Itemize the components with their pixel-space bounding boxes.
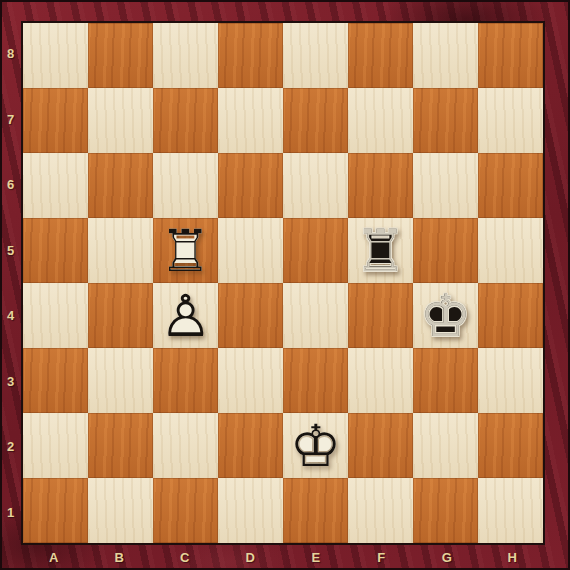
square-b7[interactable] [88, 88, 153, 153]
square-g2[interactable] [413, 413, 478, 478]
square-c2[interactable] [153, 413, 218, 478]
file-label-G: G [442, 550, 452, 565]
square-f1[interactable] [348, 478, 413, 543]
square-c7[interactable] [153, 88, 218, 153]
piece-white-king-e2[interactable]: ♚♔ [283, 413, 348, 478]
square-h6[interactable] [478, 153, 543, 218]
square-g8[interactable] [413, 23, 478, 88]
rank-label-8: 8 [7, 46, 14, 61]
square-h2[interactable] [478, 413, 543, 478]
square-e3[interactable] [283, 348, 348, 413]
square-f2[interactable] [348, 413, 413, 478]
file-label-H: H [508, 550, 517, 565]
white-pawn-outline: ♙ [153, 283, 218, 348]
square-b4[interactable] [88, 283, 153, 348]
square-g3[interactable] [413, 348, 478, 413]
file-label-C: C [180, 550, 189, 565]
square-c5[interactable]: ♜♖ [153, 218, 218, 283]
file-label-F: F [377, 550, 385, 565]
rank-label-4: 4 [7, 308, 14, 323]
square-g7[interactable] [413, 88, 478, 153]
file-label-D: D [246, 550, 255, 565]
square-e8[interactable] [283, 23, 348, 88]
square-e2[interactable]: ♚♔ [283, 413, 348, 478]
chess-diagram: ♜♖♜♖♟♙♚♔♚♔ 87654321 ABCDEFGH [0, 0, 570, 570]
square-b5[interactable] [88, 218, 153, 283]
square-a8[interactable] [23, 23, 88, 88]
square-e1[interactable] [283, 478, 348, 543]
square-d7[interactable] [218, 88, 283, 153]
square-b3[interactable] [88, 348, 153, 413]
square-a5[interactable] [23, 218, 88, 283]
square-c8[interactable] [153, 23, 218, 88]
square-a4[interactable] [23, 283, 88, 348]
square-d6[interactable] [218, 153, 283, 218]
rank-label-5: 5 [7, 243, 14, 258]
square-d2[interactable] [218, 413, 283, 478]
rank-labels: 87654321 [2, 21, 19, 545]
square-c6[interactable] [153, 153, 218, 218]
rank-label-7: 7 [7, 112, 14, 127]
square-g1[interactable] [413, 478, 478, 543]
white-rook-outline: ♖ [153, 218, 218, 283]
square-e5[interactable] [283, 218, 348, 283]
square-f3[interactable] [348, 348, 413, 413]
square-a1[interactable] [23, 478, 88, 543]
square-b6[interactable] [88, 153, 153, 218]
file-label-E: E [311, 550, 320, 565]
square-e4[interactable] [283, 283, 348, 348]
square-e6[interactable] [283, 153, 348, 218]
square-a6[interactable] [23, 153, 88, 218]
file-label-A: A [49, 550, 58, 565]
square-d1[interactable] [218, 478, 283, 543]
square-f4[interactable] [348, 283, 413, 348]
square-b2[interactable] [88, 413, 153, 478]
rank-label-1: 1 [7, 505, 14, 520]
piece-white-pawn-c4[interactable]: ♟♙ [153, 283, 218, 348]
square-a3[interactable] [23, 348, 88, 413]
square-f5[interactable]: ♜♖ [348, 218, 413, 283]
square-h3[interactable] [478, 348, 543, 413]
square-h1[interactable] [478, 478, 543, 543]
file-label-B: B [115, 550, 124, 565]
rank-label-6: 6 [7, 177, 14, 192]
file-labels: ABCDEFGH [21, 546, 545, 568]
square-b1[interactable] [88, 478, 153, 543]
square-d5[interactable] [218, 218, 283, 283]
rank-label-3: 3 [7, 374, 14, 389]
square-f8[interactable] [348, 23, 413, 88]
square-d3[interactable] [218, 348, 283, 413]
square-e7[interactable] [283, 88, 348, 153]
black-rook-outline: ♖ [348, 218, 413, 283]
square-c4[interactable]: ♟♙ [153, 283, 218, 348]
square-h4[interactable] [478, 283, 543, 348]
square-a7[interactable] [23, 88, 88, 153]
board-grid: ♜♖♜♖♟♙♚♔♚♔ [21, 21, 545, 545]
piece-black-rook-f5[interactable]: ♜♖ [348, 218, 413, 283]
white-king-outline: ♔ [283, 413, 348, 478]
square-d8[interactable] [218, 23, 283, 88]
square-f6[interactable] [348, 153, 413, 218]
rank-label-2: 2 [7, 439, 14, 454]
piece-white-rook-c5[interactable]: ♜♖ [153, 218, 218, 283]
square-c1[interactable] [153, 478, 218, 543]
piece-black-king-g4[interactable]: ♚♔ [413, 283, 478, 348]
square-h7[interactable] [478, 88, 543, 153]
square-g6[interactable] [413, 153, 478, 218]
square-g4[interactable]: ♚♔ [413, 283, 478, 348]
black-king-outline: ♔ [413, 283, 478, 348]
square-h5[interactable] [478, 218, 543, 283]
square-c3[interactable] [153, 348, 218, 413]
square-g5[interactable] [413, 218, 478, 283]
square-h8[interactable] [478, 23, 543, 88]
square-d4[interactable] [218, 283, 283, 348]
square-a2[interactable] [23, 413, 88, 478]
square-f7[interactable] [348, 88, 413, 153]
square-b8[interactable] [88, 23, 153, 88]
